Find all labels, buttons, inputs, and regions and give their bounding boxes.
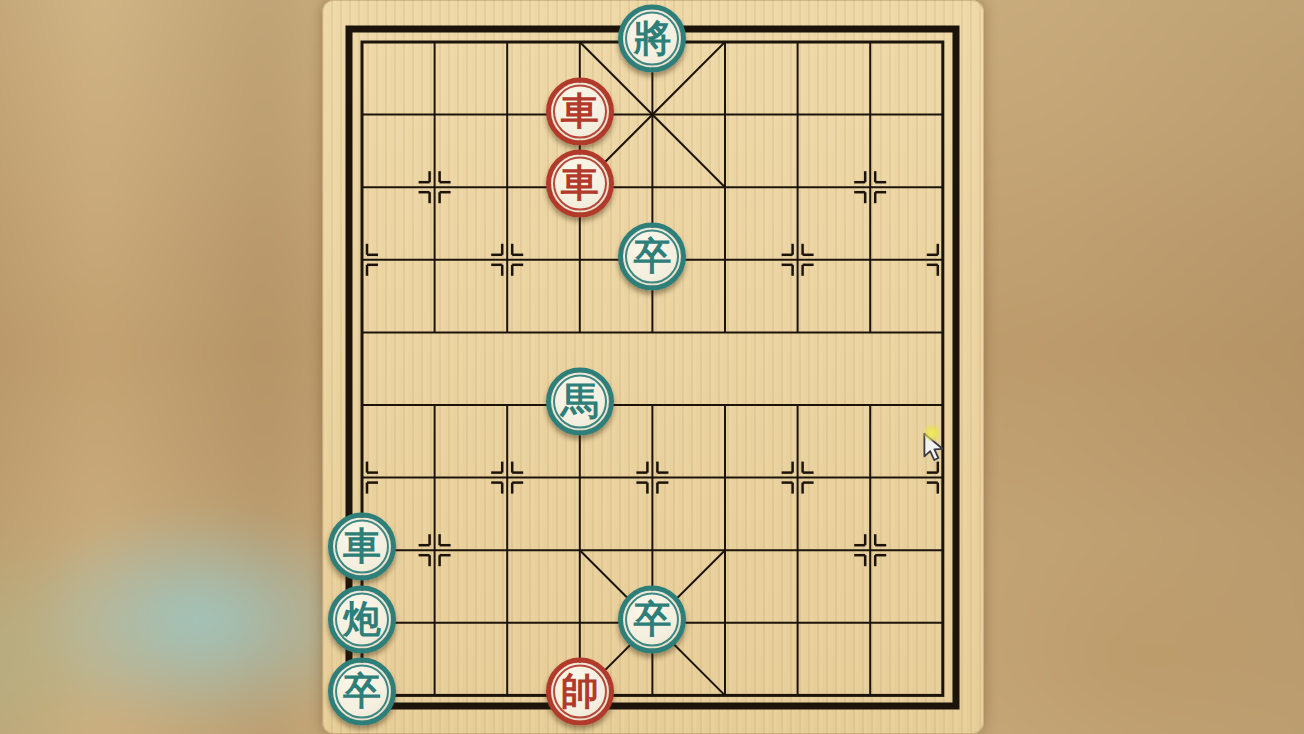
piece-glyph: 將 (633, 19, 671, 57)
piece-red-general[interactable]: 帥 (546, 658, 614, 726)
piece-glyph: 馬 (561, 382, 599, 420)
piece-glyph: 卒 (633, 599, 671, 637)
piece-glyph: 車 (561, 91, 599, 129)
piece-red-chariot-1[interactable]: 車 (546, 77, 614, 145)
piece-glyph: 帥 (561, 672, 599, 710)
piece-black-soldier-1[interactable]: 卒 (618, 222, 686, 290)
piece-glyph: 車 (343, 527, 381, 565)
piece-black-general[interactable]: 將 (618, 5, 686, 73)
piece-glyph: 車 (561, 164, 599, 202)
piece-glyph: 卒 (343, 672, 381, 710)
piece-glyph: 炮 (343, 599, 381, 637)
piece-black-soldier-3[interactable]: 卒 (618, 585, 686, 653)
piece-glyph: 卒 (633, 236, 671, 274)
piece-black-soldier-2[interactable]: 卒 (328, 658, 396, 726)
piece-black-cannon[interactable]: 炮 (328, 585, 396, 653)
piece-black-horse[interactable]: 馬 (546, 368, 614, 436)
piece-red-chariot-2[interactable]: 車 (546, 150, 614, 218)
piece-black-chariot[interactable]: 車 (328, 513, 396, 581)
